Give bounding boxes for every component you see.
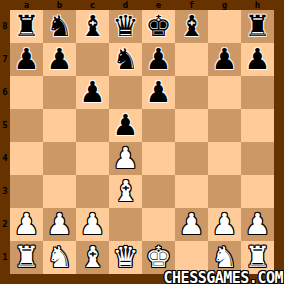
site-credit: CHESSGAMES.COM (164, 272, 283, 284)
square-e4[interactable] (142, 142, 175, 175)
piece-black-king: ♚ (142, 10, 175, 43)
square-g7[interactable]: ♟ (208, 43, 241, 76)
square-h8[interactable]: ♜ (241, 10, 274, 43)
piece-white-rook: ♜ (10, 241, 43, 274)
square-a6[interactable] (10, 76, 43, 109)
square-a3[interactable] (10, 175, 43, 208)
square-f3[interactable] (175, 175, 208, 208)
file-label-g: g (208, 0, 241, 10)
square-d1[interactable]: ♛ (109, 241, 142, 274)
square-f6[interactable] (175, 76, 208, 109)
square-d3[interactable]: ♝ (109, 175, 142, 208)
square-b7[interactable]: ♟ (43, 43, 76, 76)
square-g2[interactable]: ♟ (208, 208, 241, 241)
square-g4[interactable] (208, 142, 241, 175)
piece-white-pawn: ♟ (109, 142, 142, 175)
square-e6[interactable]: ♟ (142, 76, 175, 109)
piece-black-pawn: ♟ (109, 109, 142, 142)
piece-black-pawn: ♟ (241, 43, 274, 76)
square-h5[interactable] (241, 109, 274, 142)
square-f2[interactable]: ♟ (175, 208, 208, 241)
square-h2[interactable]: ♟ (241, 208, 274, 241)
piece-white-queen: ♛ (109, 241, 142, 274)
piece-black-pawn: ♟ (10, 43, 43, 76)
square-f8[interactable]: ♝ (175, 10, 208, 43)
piece-black-pawn: ♟ (142, 76, 175, 109)
square-d4[interactable]: ♟ (109, 142, 142, 175)
square-d5[interactable]: ♟ (109, 109, 142, 142)
piece-black-bishop: ♝ (76, 10, 109, 43)
rank-label-8: 8 (0, 10, 10, 43)
square-c8[interactable]: ♝ (76, 10, 109, 43)
square-e3[interactable] (142, 175, 175, 208)
square-h4[interactable] (241, 142, 274, 175)
square-f7[interactable] (175, 43, 208, 76)
rank-label-5: 5 (0, 109, 10, 142)
square-d6[interactable] (109, 76, 142, 109)
rank-label-7: 7 (0, 43, 10, 76)
piece-black-knight: ♞ (109, 43, 142, 76)
square-b5[interactable] (43, 109, 76, 142)
square-b1[interactable]: ♞ (43, 241, 76, 274)
rank-label-4: 4 (0, 142, 10, 175)
chess-board-frame: abcdefgh 87654321 ♜♞♝♛♚♝♜♟♟♞♟♟♟♟♟♟♟♝♟♟♟♟… (0, 0, 284, 284)
square-c4[interactable] (76, 142, 109, 175)
square-b4[interactable] (43, 142, 76, 175)
square-g3[interactable] (208, 175, 241, 208)
square-b6[interactable] (43, 76, 76, 109)
piece-white-pawn: ♟ (241, 208, 274, 241)
square-b3[interactable] (43, 175, 76, 208)
piece-black-pawn: ♟ (208, 43, 241, 76)
square-e7[interactable]: ♟ (142, 43, 175, 76)
square-c5[interactable] (76, 109, 109, 142)
piece-black-bishop: ♝ (175, 10, 208, 43)
square-a1[interactable]: ♜ (10, 241, 43, 274)
square-c7[interactable] (76, 43, 109, 76)
square-e2[interactable] (142, 208, 175, 241)
square-g6[interactable] (208, 76, 241, 109)
square-d7[interactable]: ♞ (109, 43, 142, 76)
piece-white-pawn: ♟ (10, 208, 43, 241)
square-h6[interactable] (241, 76, 274, 109)
square-a5[interactable] (10, 109, 43, 142)
rank-label-1: 1 (0, 241, 10, 274)
piece-white-knight: ♞ (43, 241, 76, 274)
square-h7[interactable]: ♟ (241, 43, 274, 76)
rank-label-6: 6 (0, 76, 10, 109)
piece-white-bishop: ♝ (76, 241, 109, 274)
square-f4[interactable] (175, 142, 208, 175)
square-a4[interactable] (10, 142, 43, 175)
rank-labels: 87654321 (0, 10, 10, 274)
rank-label-3: 3 (0, 175, 10, 208)
square-e5[interactable] (142, 109, 175, 142)
square-c1[interactable]: ♝ (76, 241, 109, 274)
square-d2[interactable] (109, 208, 142, 241)
piece-black-queen: ♛ (109, 10, 142, 43)
square-c6[interactable]: ♟ (76, 76, 109, 109)
square-f5[interactable] (175, 109, 208, 142)
piece-black-pawn: ♟ (43, 43, 76, 76)
piece-white-pawn: ♟ (208, 208, 241, 241)
square-g5[interactable] (208, 109, 241, 142)
square-e8[interactable]: ♚ (142, 10, 175, 43)
square-b2[interactable]: ♟ (43, 208, 76, 241)
square-h3[interactable] (241, 175, 274, 208)
square-a7[interactable]: ♟ (10, 43, 43, 76)
piece-white-pawn: ♟ (76, 208, 109, 241)
piece-white-bishop: ♝ (109, 175, 142, 208)
piece-white-pawn: ♟ (43, 208, 76, 241)
square-b8[interactable]: ♞ (43, 10, 76, 43)
piece-black-knight: ♞ (43, 10, 76, 43)
square-a2[interactable]: ♟ (10, 208, 43, 241)
piece-black-rook: ♜ (241, 10, 274, 43)
piece-black-rook: ♜ (10, 10, 43, 43)
square-g8[interactable] (208, 10, 241, 43)
square-d8[interactable]: ♛ (109, 10, 142, 43)
rank-label-2: 2 (0, 208, 10, 241)
chess-board: ♜♞♝♛♚♝♜♟♟♞♟♟♟♟♟♟♟♝♟♟♟♟♟♟♜♞♝♛♚♞♜ (10, 10, 274, 274)
square-c2[interactable]: ♟ (76, 208, 109, 241)
piece-black-pawn: ♟ (76, 76, 109, 109)
piece-white-pawn: ♟ (175, 208, 208, 241)
square-a8[interactable]: ♜ (10, 10, 43, 43)
piece-black-pawn: ♟ (142, 43, 175, 76)
square-c3[interactable] (76, 175, 109, 208)
